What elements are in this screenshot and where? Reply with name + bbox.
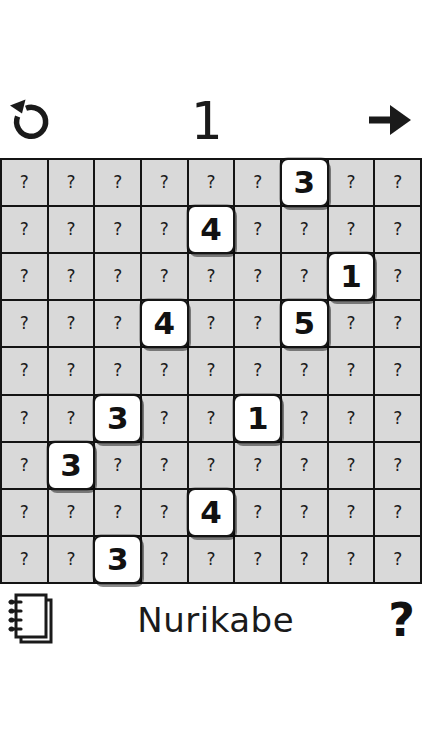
- unknown-mark: ?: [253, 504, 262, 521]
- notebook-icon: [7, 591, 55, 650]
- cell-r8c5: 4: [189, 490, 234, 535]
- cell-r9c9[interactable]: ?: [375, 537, 420, 582]
- cell-r9c8[interactable]: ?: [329, 537, 374, 582]
- cell-r2c2[interactable]: ?: [49, 207, 94, 252]
- cell-r5c4[interactable]: ?: [142, 348, 187, 393]
- clue-tile: 4: [187, 205, 236, 254]
- unknown-mark: ?: [206, 268, 215, 285]
- unknown-mark: ?: [66, 504, 75, 521]
- unknown-mark: ?: [346, 410, 355, 427]
- unknown-mark: ?: [393, 410, 402, 427]
- cell-r9c3: 3: [95, 537, 140, 582]
- cell-r5c5[interactable]: ?: [189, 348, 234, 393]
- cell-r3c1[interactable]: ?: [2, 254, 47, 299]
- unknown-mark: ?: [20, 362, 29, 379]
- cell-r5c3[interactable]: ?: [95, 348, 140, 393]
- cell-r2c1[interactable]: ?: [2, 207, 47, 252]
- cell-r9c2[interactable]: ?: [49, 537, 94, 582]
- unknown-mark: ?: [393, 174, 402, 191]
- unknown-mark: ?: [66, 551, 75, 568]
- cell-r8c6[interactable]: ?: [235, 490, 280, 535]
- unknown-mark: ?: [300, 410, 309, 427]
- cell-r4c1[interactable]: ?: [2, 301, 47, 346]
- unknown-mark: ?: [113, 504, 122, 521]
- cell-r7c1[interactable]: ?: [2, 443, 47, 488]
- cell-r2c7[interactable]: ?: [282, 207, 327, 252]
- unknown-mark: ?: [113, 268, 122, 285]
- unknown-mark: ?: [66, 410, 75, 427]
- cell-r2c6[interactable]: ?: [235, 207, 280, 252]
- clue-tile: 5: [280, 299, 329, 348]
- puzzle-number: 1: [190, 95, 221, 147]
- unknown-mark: ?: [20, 504, 29, 521]
- unknown-mark: ?: [206, 174, 215, 191]
- cell-r3c4[interactable]: ?: [142, 254, 187, 299]
- unknown-mark: ?: [346, 221, 355, 238]
- cell-r9c7[interactable]: ?: [282, 537, 327, 582]
- unknown-mark: ?: [393, 362, 402, 379]
- unknown-mark: ?: [393, 504, 402, 521]
- cell-r7c2: 3: [49, 443, 94, 488]
- unknown-mark: ?: [160, 457, 169, 474]
- cell-r2c3[interactable]: ?: [95, 207, 140, 252]
- unknown-mark: ?: [300, 221, 309, 238]
- unknown-mark: ?: [206, 457, 215, 474]
- cell-r2c4[interactable]: ?: [142, 207, 187, 252]
- unknown-mark: ?: [113, 315, 122, 332]
- unknown-mark: ?: [160, 551, 169, 568]
- cell-r3c8: 1: [329, 254, 374, 299]
- cell-r2c9[interactable]: ?: [375, 207, 420, 252]
- cell-r6c4[interactable]: ?: [142, 396, 187, 441]
- unknown-mark: ?: [160, 504, 169, 521]
- cell-r1c9[interactable]: ?: [375, 160, 420, 205]
- unknown-mark: ?: [20, 221, 29, 238]
- unknown-mark: ?: [253, 457, 262, 474]
- cell-r4c8[interactable]: ?: [329, 301, 374, 346]
- cell-r5c1[interactable]: ?: [2, 348, 47, 393]
- cell-r1c6[interactable]: ?: [235, 160, 280, 205]
- cell-r5c9[interactable]: ?: [375, 348, 420, 393]
- cell-r3c2[interactable]: ?: [49, 254, 94, 299]
- cell-r7c3[interactable]: ?: [95, 443, 140, 488]
- unknown-mark: ?: [253, 221, 262, 238]
- unknown-mark: ?: [300, 551, 309, 568]
- unknown-mark: ?: [253, 362, 262, 379]
- app-root: 1 ??????3??????4???????????1????4??5????…: [0, 0, 422, 750]
- cell-r5c7[interactable]: ?: [282, 348, 327, 393]
- help-button[interactable]: ?: [388, 597, 415, 643]
- cell-r6c2[interactable]: ?: [49, 396, 94, 441]
- unknown-mark: ?: [20, 551, 29, 568]
- cell-r4c6[interactable]: ?: [235, 301, 280, 346]
- next-puzzle-button[interactable]: [366, 97, 414, 146]
- cell-r1c2[interactable]: ?: [49, 160, 94, 205]
- cell-r6c1[interactable]: ?: [2, 396, 47, 441]
- clue-tile: 1: [233, 394, 282, 443]
- unknown-mark: ?: [346, 315, 355, 332]
- unknown-mark: ?: [253, 315, 262, 332]
- unknown-mark: ?: [113, 221, 122, 238]
- cell-r6c6: 1: [235, 396, 280, 441]
- unknown-mark: ?: [20, 174, 29, 191]
- cell-r1c8[interactable]: ?: [329, 160, 374, 205]
- unknown-mark: ?: [253, 268, 262, 285]
- cell-r7c7[interactable]: ?: [282, 443, 327, 488]
- cell-r6c3: 3: [95, 396, 140, 441]
- clue-tile: 4: [140, 299, 189, 348]
- cell-r9c1[interactable]: ?: [2, 537, 47, 582]
- unknown-mark: ?: [346, 551, 355, 568]
- cell-r7c6[interactable]: ?: [235, 443, 280, 488]
- cell-r9c6[interactable]: ?: [235, 537, 280, 582]
- cell-r6c7[interactable]: ?: [282, 396, 327, 441]
- unknown-mark: ?: [346, 362, 355, 379]
- unknown-mark: ?: [20, 457, 29, 474]
- cell-r8c9[interactable]: ?: [375, 490, 420, 535]
- unknown-mark: ?: [253, 174, 262, 191]
- clue-tile: 4: [187, 488, 236, 537]
- unknown-mark: ?: [160, 362, 169, 379]
- cell-r5c8[interactable]: ?: [329, 348, 374, 393]
- cell-r8c8[interactable]: ?: [329, 490, 374, 535]
- unknown-mark: ?: [393, 221, 402, 238]
- unknown-mark: ?: [393, 457, 402, 474]
- bottom-bar: Nurikabe ?: [0, 584, 422, 656]
- unknown-mark: ?: [393, 268, 402, 285]
- cell-r7c9[interactable]: ?: [375, 443, 420, 488]
- unknown-mark: ?: [346, 504, 355, 521]
- unknown-mark: ?: [300, 362, 309, 379]
- cell-r8c4[interactable]: ?: [142, 490, 187, 535]
- cell-r4c3[interactable]: ?: [95, 301, 140, 346]
- cell-r6c9[interactable]: ?: [375, 396, 420, 441]
- cell-r7c4[interactable]: ?: [142, 443, 187, 488]
- unknown-mark: ?: [393, 551, 402, 568]
- cell-r2c8[interactable]: ?: [329, 207, 374, 252]
- cell-r9c5[interactable]: ?: [189, 537, 234, 582]
- clue-tile: 3: [47, 441, 96, 490]
- unknown-mark: ?: [300, 268, 309, 285]
- nurikabe-board: ??????3??????4???????????1????4??5??????…: [0, 158, 422, 584]
- cell-r1c1[interactable]: ?: [2, 160, 47, 205]
- cell-r4c9[interactable]: ?: [375, 301, 420, 346]
- unknown-mark: ?: [160, 174, 169, 191]
- unknown-mark: ?: [20, 315, 29, 332]
- clue-tile: 3: [280, 158, 329, 207]
- undo-icon: [8, 96, 54, 147]
- unknown-mark: ?: [20, 268, 29, 285]
- unknown-mark: ?: [206, 362, 215, 379]
- unknown-mark: ?: [113, 362, 122, 379]
- unknown-mark: ?: [113, 457, 122, 474]
- cell-r3c7[interactable]: ?: [282, 254, 327, 299]
- cell-r6c5[interactable]: ?: [189, 396, 234, 441]
- unknown-mark: ?: [66, 221, 75, 238]
- game-title: Nurikabe: [137, 600, 294, 640]
- unknown-mark: ?: [393, 315, 402, 332]
- cell-r4c4: 4: [142, 301, 187, 346]
- cell-r3c5[interactable]: ?: [189, 254, 234, 299]
- cell-r8c1[interactable]: ?: [2, 490, 47, 535]
- unknown-mark: ?: [160, 410, 169, 427]
- cell-r6c8[interactable]: ?: [329, 396, 374, 441]
- clue-tile: 3: [93, 535, 142, 584]
- arrow-right-icon: [366, 97, 414, 146]
- unknown-mark: ?: [20, 410, 29, 427]
- cell-r8c7[interactable]: ?: [282, 490, 327, 535]
- unknown-mark: ?: [160, 268, 169, 285]
- cell-r3c6[interactable]: ?: [235, 254, 280, 299]
- undo-button[interactable]: [8, 96, 54, 147]
- cell-r5c6[interactable]: ?: [235, 348, 280, 393]
- unknown-mark: ?: [66, 268, 75, 285]
- unknown-mark: ?: [160, 221, 169, 238]
- question-mark-icon: ?: [388, 597, 415, 643]
- cell-r7c8[interactable]: ?: [329, 443, 374, 488]
- unknown-mark: ?: [253, 551, 262, 568]
- cell-r5c2[interactable]: ?: [49, 348, 94, 393]
- cell-r3c9[interactable]: ?: [375, 254, 420, 299]
- unknown-mark: ?: [66, 362, 75, 379]
- unknown-mark: ?: [66, 174, 75, 191]
- unknown-mark: ?: [66, 315, 75, 332]
- unknown-mark: ?: [300, 457, 309, 474]
- cell-r1c5[interactable]: ?: [189, 160, 234, 205]
- unknown-mark: ?: [206, 315, 215, 332]
- cell-r4c5[interactable]: ?: [189, 301, 234, 346]
- cell-r7c5[interactable]: ?: [189, 443, 234, 488]
- cell-r2c5: 4: [189, 207, 234, 252]
- unknown-mark: ?: [346, 457, 355, 474]
- unknown-mark: ?: [300, 504, 309, 521]
- cell-r3c3[interactable]: ?: [95, 254, 140, 299]
- top-bar: 1: [0, 92, 422, 150]
- cell-r4c7: 5: [282, 301, 327, 346]
- cell-r9c4[interactable]: ?: [142, 537, 187, 582]
- clue-tile: 1: [327, 252, 376, 301]
- cell-r1c7: 3: [282, 160, 327, 205]
- cell-r1c3[interactable]: ?: [95, 160, 140, 205]
- cell-r8c2[interactable]: ?: [49, 490, 94, 535]
- clue-tile: 3: [93, 394, 142, 443]
- cell-r8c3[interactable]: ?: [95, 490, 140, 535]
- unknown-mark: ?: [113, 174, 122, 191]
- notebook-button[interactable]: [7, 591, 55, 650]
- cell-r1c4[interactable]: ?: [142, 160, 187, 205]
- unknown-mark: ?: [206, 410, 215, 427]
- unknown-mark: ?: [346, 174, 355, 191]
- cell-r4c2[interactable]: ?: [49, 301, 94, 346]
- unknown-mark: ?: [206, 551, 215, 568]
